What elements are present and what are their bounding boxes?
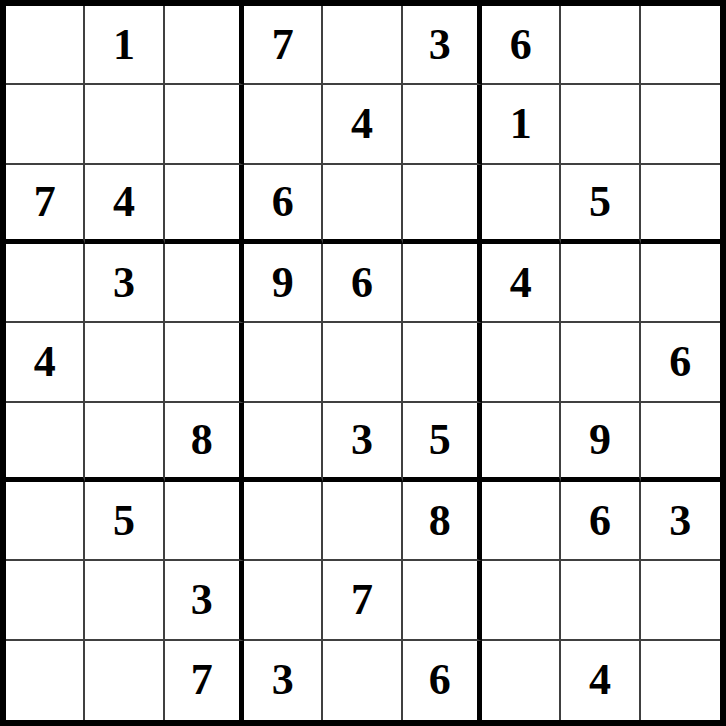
cell-r3c9[interactable] (641, 165, 720, 244)
cell-r2c7-given: 1 (482, 85, 561, 164)
cell-r8c6[interactable] (403, 561, 482, 640)
cell-r7c3[interactable] (165, 482, 244, 561)
cell-r3c8-given: 5 (561, 165, 640, 244)
cell-r7c5[interactable] (323, 482, 402, 561)
sudoku-board: 173641746539644683595863377364 (0, 0, 726, 726)
cell-r7c6-given: 8 (403, 482, 482, 561)
cell-r2c8[interactable] (561, 85, 640, 164)
cell-r4c4-given: 9 (244, 244, 323, 323)
cell-r7c8-given: 6 (561, 482, 640, 561)
cell-r4c7-given: 4 (482, 244, 561, 323)
cell-r9c2[interactable] (85, 641, 164, 720)
cell-r6c3-given: 8 (165, 403, 244, 482)
cell-r8c8[interactable] (561, 561, 640, 640)
cell-r9c6-given: 6 (403, 641, 482, 720)
cell-r3c2-given: 4 (85, 165, 164, 244)
cell-r9c3-given: 7 (165, 641, 244, 720)
cell-r9c8-given: 4 (561, 641, 640, 720)
cell-r6c1[interactable] (6, 403, 85, 482)
cell-r2c6[interactable] (403, 85, 482, 164)
cell-r2c3[interactable] (165, 85, 244, 164)
cell-r1c2-given: 1 (85, 6, 164, 85)
cell-r6c9[interactable] (641, 403, 720, 482)
cell-r1c7-given: 6 (482, 6, 561, 85)
cell-r1c4-given: 7 (244, 6, 323, 85)
cell-r2c2[interactable] (85, 85, 164, 164)
cell-r1c8[interactable] (561, 6, 640, 85)
cell-r8c4[interactable] (244, 561, 323, 640)
cell-r6c5-given: 3 (323, 403, 402, 482)
cell-r6c4[interactable] (244, 403, 323, 482)
cell-r1c6-given: 3 (403, 6, 482, 85)
cell-r3c5[interactable] (323, 165, 402, 244)
cell-r5c1-given: 4 (6, 323, 85, 402)
cell-r9c5[interactable] (323, 641, 402, 720)
cell-r1c9[interactable] (641, 6, 720, 85)
cell-r6c2[interactable] (85, 403, 164, 482)
cell-r2c9[interactable] (641, 85, 720, 164)
cell-r5c6[interactable] (403, 323, 482, 402)
cell-r2c1[interactable] (6, 85, 85, 164)
cell-r7c2-given: 5 (85, 482, 164, 561)
cell-r1c1[interactable] (6, 6, 85, 85)
cell-r7c4[interactable] (244, 482, 323, 561)
cell-r4c3[interactable] (165, 244, 244, 323)
cell-r5c3[interactable] (165, 323, 244, 402)
cell-r8c1[interactable] (6, 561, 85, 640)
cell-r6c6-given: 5 (403, 403, 482, 482)
cell-r4c8[interactable] (561, 244, 640, 323)
cell-r3c3[interactable] (165, 165, 244, 244)
cell-r4c2-given: 3 (85, 244, 164, 323)
cell-r8c7[interactable] (482, 561, 561, 640)
cell-r5c8[interactable] (561, 323, 640, 402)
cell-r5c7[interactable] (482, 323, 561, 402)
cell-r4c9[interactable] (641, 244, 720, 323)
cell-r7c7[interactable] (482, 482, 561, 561)
cell-r4c1[interactable] (6, 244, 85, 323)
cell-r8c3-given: 3 (165, 561, 244, 640)
cell-r7c9-given: 3 (641, 482, 720, 561)
cell-r9c9[interactable] (641, 641, 720, 720)
cell-r8c2[interactable] (85, 561, 164, 640)
cell-r6c8-given: 9 (561, 403, 640, 482)
cell-r5c9-given: 6 (641, 323, 720, 402)
cell-r3c6[interactable] (403, 165, 482, 244)
cell-r6c7[interactable] (482, 403, 561, 482)
cell-r9c7[interactable] (482, 641, 561, 720)
cell-r9c1[interactable] (6, 641, 85, 720)
cell-r4c6[interactable] (403, 244, 482, 323)
cell-r1c3[interactable] (165, 6, 244, 85)
cell-r3c4-given: 6 (244, 165, 323, 244)
cell-r4c5-given: 6 (323, 244, 402, 323)
cell-r2c4[interactable] (244, 85, 323, 164)
cell-r5c2[interactable] (85, 323, 164, 402)
cell-r2c5-given: 4 (323, 85, 402, 164)
cell-r8c5-given: 7 (323, 561, 402, 640)
cell-r3c7[interactable] (482, 165, 561, 244)
cell-r8c9[interactable] (641, 561, 720, 640)
cell-r5c4[interactable] (244, 323, 323, 402)
cell-r1c5[interactable] (323, 6, 402, 85)
cell-r7c1[interactable] (6, 482, 85, 561)
cell-r9c4-given: 3 (244, 641, 323, 720)
cell-r5c5[interactable] (323, 323, 402, 402)
cell-r3c1-given: 7 (6, 165, 85, 244)
